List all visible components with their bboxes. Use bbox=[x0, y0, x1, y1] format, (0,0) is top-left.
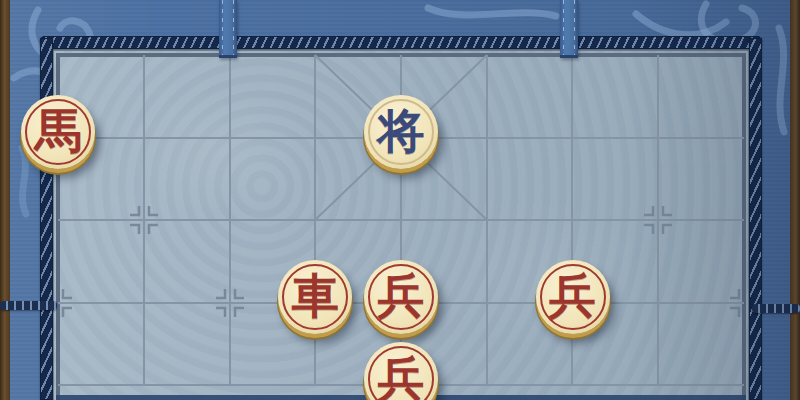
piece-red-soldier-a[interactable]: 兵 bbox=[364, 260, 438, 334]
pieces-layer: 馬将車兵兵兵 bbox=[0, 0, 800, 400]
piece-red-horse[interactable]: 馬 bbox=[21, 95, 95, 169]
piece-character: 車 bbox=[278, 260, 352, 332]
piece-red-soldier-b[interactable]: 兵 bbox=[536, 260, 610, 334]
piece-character: 将 bbox=[364, 95, 438, 167]
piece-character: 兵 bbox=[364, 260, 438, 332]
piece-character: 馬 bbox=[21, 95, 95, 167]
piece-character: 兵 bbox=[364, 342, 438, 400]
piece-red-soldier-c[interactable]: 兵 bbox=[364, 342, 438, 400]
xiangqi-game-scene: 馬将車兵兵兵 bbox=[0, 0, 800, 400]
piece-red-chariot[interactable]: 車 bbox=[278, 260, 352, 334]
piece-character: 兵 bbox=[536, 260, 610, 332]
piece-black-general[interactable]: 将 bbox=[364, 95, 438, 169]
